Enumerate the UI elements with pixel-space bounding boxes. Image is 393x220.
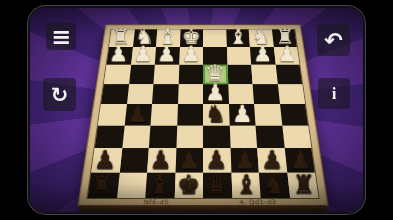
rotate-board-button[interactable]: ↻ [43, 78, 76, 111]
rotate-icon: ↻ [51, 83, 69, 107]
menu-button[interactable]: ≡ [46, 23, 76, 50]
undo-move-button[interactable]: ↶ [317, 24, 350, 56]
vignette-overlay [30, 8, 363, 212]
info-button[interactable]: i [318, 78, 350, 109]
app-screen: ♜♞♝♚♝♞♜♟♟♟♟♟♟♛♟♟♞♟♟♟♟♟♟♟♟♜♝♚♛♝♞♜ Nf6-d5 … [30, 8, 363, 212]
hamburger-icon: ≡ [51, 23, 71, 51]
undo-icon: ↶ [324, 28, 342, 53]
info-icon: i [332, 84, 337, 104]
phone-bezel: ♜♞♝♚♝♞♜♟♟♟♟♟♟♛♟♟♞♟♟♟♟♟♟♟♟♜♝♚♛♝♞♜ Nf6-d5 … [0, 0, 393, 220]
